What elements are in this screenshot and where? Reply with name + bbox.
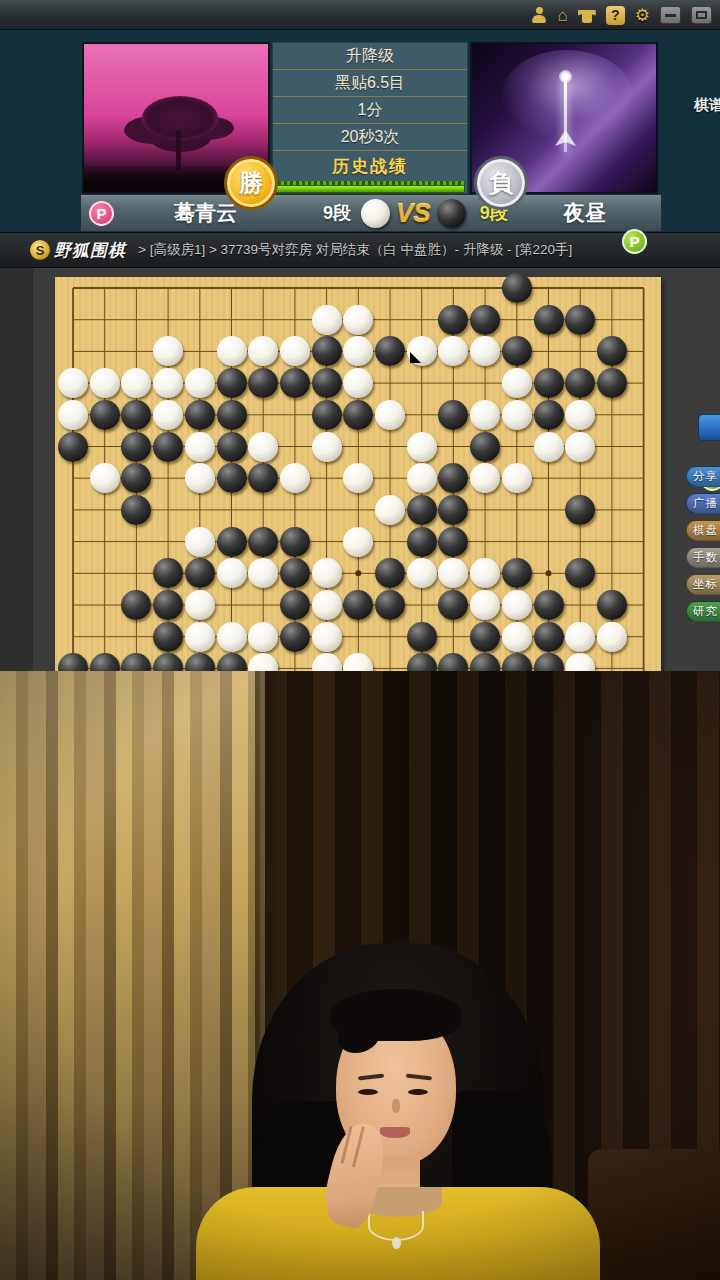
- byoyomi-label: 20秒3次: [273, 124, 467, 151]
- stone-black: [343, 400, 373, 430]
- stone-black: [185, 400, 215, 430]
- stone-white: [58, 400, 88, 430]
- stone-black: [534, 368, 564, 398]
- stone-white: [248, 622, 278, 652]
- white-player-p-badge: P: [89, 201, 114, 226]
- black-stone-icon: [437, 199, 466, 228]
- screen: ⌂ ? ⚙ 勝 升降级 黑贴6.5目 1分 20秒3次 历史战绩: [0, 0, 720, 1280]
- stone-white: [185, 463, 215, 493]
- stone-white: [534, 432, 564, 462]
- coordinates-button[interactable]: 坐标: [686, 574, 720, 595]
- stone-black: [90, 400, 120, 430]
- stone-black: [217, 432, 247, 462]
- stone-white: [185, 527, 215, 557]
- stone-white: [153, 400, 183, 430]
- stone-white: [597, 622, 627, 652]
- main-time-label: 1分: [273, 97, 467, 124]
- stone-white: [312, 432, 342, 462]
- stone-black: [312, 368, 342, 398]
- side-button-stack: 分享 广播 棋盘 手数 坐标 研究: [686, 466, 720, 622]
- stone-black: [280, 527, 310, 557]
- home-icon[interactable]: ⌂: [557, 7, 567, 24]
- stone-black: [153, 432, 183, 462]
- white-player-rank: 9段: [323, 201, 351, 225]
- stone-black: [565, 305, 595, 335]
- stone-black: [280, 622, 310, 652]
- white-player-name[interactable]: 蓦青云: [174, 199, 237, 227]
- stone-black: [502, 558, 532, 588]
- stone-black: [534, 590, 564, 620]
- stone-white: [185, 590, 215, 620]
- stone-white: [375, 495, 405, 525]
- stone-white: [90, 463, 120, 493]
- stone-black: [375, 590, 405, 620]
- stone-white: [90, 368, 120, 398]
- black-player-name[interactable]: 夜昼: [564, 199, 606, 227]
- stone-white: [565, 432, 595, 462]
- stone-white: [312, 305, 342, 335]
- stone-black: [312, 336, 342, 366]
- stone-black: [502, 273, 532, 303]
- stone-black: [58, 432, 88, 462]
- stone-white: [502, 368, 532, 398]
- history-record-button[interactable]: 历史战绩: [273, 151, 467, 181]
- stone-white: [280, 463, 310, 493]
- stone-white: [58, 368, 88, 398]
- stone-black: [438, 527, 468, 557]
- stone-black: [407, 495, 437, 525]
- stone-black: [534, 305, 564, 335]
- kifu-label: 棋谱: [694, 96, 720, 114]
- komi-label: 黑贴6.5目: [273, 70, 467, 97]
- user-icon[interactable]: [531, 7, 547, 23]
- streamer-video[interactable]: [0, 671, 720, 1280]
- minimize-icon[interactable]: [660, 6, 681, 24]
- stone-black: [217, 400, 247, 430]
- stone-black: [280, 558, 310, 588]
- stone-white: [248, 432, 278, 462]
- rule-label: 升降级: [273, 43, 467, 70]
- avatar-smoke-art: [502, 50, 632, 140]
- stone-black: [438, 400, 468, 430]
- black-player-p-badge: P: [622, 229, 647, 254]
- stone-black: [502, 336, 532, 366]
- app-title: 野狐围棋: [54, 239, 126, 262]
- stone-white: [312, 558, 342, 588]
- game-info-panel: 升降级 黑贴6.5目 1分 20秒3次 历史战绩: [272, 42, 468, 194]
- stone-black: [121, 400, 151, 430]
- stone-white: [565, 400, 595, 430]
- last-move-marker: [410, 352, 421, 363]
- stone-white: [185, 622, 215, 652]
- help-icon[interactable]: ?: [606, 6, 625, 25]
- room-status-text: > [高级房1] > 37739号对弈房 对局结束（白 中盘胜）- 升降级 - …: [138, 241, 572, 259]
- stone-white: [407, 558, 437, 588]
- blue-edge-button[interactable]: [698, 414, 720, 441]
- stone-white: [502, 400, 532, 430]
- stone-black: [534, 400, 564, 430]
- study-button[interactable]: 研究: [686, 601, 720, 622]
- stone-white: [407, 432, 437, 462]
- broadcast-button[interactable]: 广播: [686, 493, 720, 514]
- stone-black: [217, 463, 247, 493]
- stone-black: [407, 527, 437, 557]
- titlebar: ⌂ ? ⚙: [0, 0, 720, 30]
- stone-black: [470, 622, 500, 652]
- stone-white: [343, 305, 373, 335]
- settings-icon[interactable]: ⚙: [635, 7, 650, 24]
- stone-black: [280, 368, 310, 398]
- stone-white: [343, 527, 373, 557]
- stone-white: [185, 368, 215, 398]
- stone-black: [217, 368, 247, 398]
- stone-black: [438, 305, 468, 335]
- win-badge: 勝: [224, 156, 278, 210]
- stone-black: [470, 432, 500, 462]
- stone-white: [407, 336, 437, 366]
- stone-white: [502, 463, 532, 493]
- stone-black: [312, 400, 342, 430]
- white-stone-icon: [361, 199, 390, 228]
- stone-black: [470, 305, 500, 335]
- stone-black: [153, 590, 183, 620]
- stone-black: [534, 622, 564, 652]
- board-style-button[interactable]: 棋盘: [686, 520, 720, 541]
- stone-black: [407, 622, 437, 652]
- stone-white: [407, 463, 437, 493]
- shirt-icon[interactable]: [578, 8, 596, 23]
- stone-white: [217, 558, 247, 588]
- match-panel: 勝 升降级 黑贴6.5目 1分 20秒3次 历史战绩 負 P 蓦青云 9段 VS…: [0, 30, 720, 232]
- stone-white: [217, 622, 247, 652]
- stone-white: [502, 590, 532, 620]
- stone-white: [312, 590, 342, 620]
- stone-black: [597, 368, 627, 398]
- breadcrumb: S 野狐围棋 > [高级房1] > 37739号对弈房 对局结束（白 中盘胜）-…: [0, 232, 720, 268]
- stone-black: [565, 495, 595, 525]
- stone-white: [470, 400, 500, 430]
- stone-black: [217, 527, 247, 557]
- stone-black: [121, 432, 151, 462]
- window-icon[interactable]: [691, 6, 712, 24]
- stone-white: [565, 622, 595, 652]
- stone-white: [375, 400, 405, 430]
- stone-black: [153, 622, 183, 652]
- fox-logo-icon: S: [30, 240, 50, 260]
- stone-white: [185, 432, 215, 462]
- stone-white: [153, 368, 183, 398]
- stone-black: [280, 590, 310, 620]
- stone-black: [597, 590, 627, 620]
- progress-bar: [275, 185, 465, 193]
- app-logo[interactable]: S 野狐围棋: [30, 239, 126, 262]
- lose-badge: 負: [474, 156, 528, 210]
- players-name-bar: P 蓦青云 9段 VS 9段 夜昼: [80, 194, 662, 232]
- stone-white: [312, 622, 342, 652]
- stone-black: [185, 558, 215, 588]
- stone-black: [248, 527, 278, 557]
- stone-white: [217, 336, 247, 366]
- move-numbers-button[interactable]: 手数: [686, 547, 720, 568]
- vs-label: VS: [396, 198, 431, 229]
- stone-white: [502, 622, 532, 652]
- stone-white: [470, 590, 500, 620]
- share-button[interactable]: 分享: [686, 466, 720, 487]
